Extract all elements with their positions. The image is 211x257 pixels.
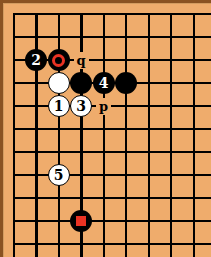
- white-stone-move-5: 5: [48, 164, 70, 186]
- black-stone-circle-marked: [48, 49, 70, 71]
- white-stone-move-1: 1: [48, 95, 70, 117]
- black-stone-move-2: 2: [25, 49, 47, 71]
- point-label-p: p: [96, 98, 111, 115]
- go-diagram: 2q413p5: [0, 0, 211, 257]
- white-stone-move-3: 3: [70, 95, 92, 117]
- black-stone-move-4: 4: [93, 72, 115, 94]
- black-stone: [115, 72, 137, 94]
- square-marker: [76, 216, 86, 226]
- point-label-q: q: [74, 52, 89, 69]
- black-stone-square-marked: [70, 210, 92, 232]
- circle-marker: [52, 54, 65, 67]
- stones-layer: 2q413p5: [2, 3, 205, 256]
- black-stone: [70, 72, 92, 94]
- white-stone: [48, 72, 70, 94]
